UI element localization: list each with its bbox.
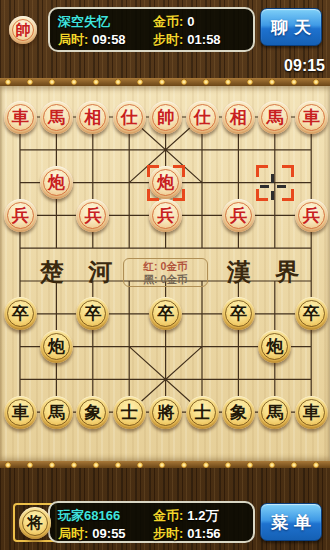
piece-glyph: 士 (121, 404, 138, 421)
piece-glyph: 炮 (48, 338, 65, 355)
cell-3-4[interactable]: 兵 (148, 199, 184, 232)
crosshair-arm (271, 191, 274, 200)
piece-glyph: 仕 (121, 109, 138, 126)
opponent-info-panel: 深空失忆 金币:0 局时:09:58 步时:01:58 (48, 7, 255, 52)
cell-7-1[interactable]: 炮 (38, 330, 74, 363)
piece-black[interactable]: 卒 (76, 297, 109, 330)
cell-9-3[interactable]: 士 (111, 396, 147, 429)
cell-2-2[interactable] (75, 166, 111, 199)
cell-0-1[interactable]: 馬 (38, 101, 74, 134)
cell-7-8[interactable] (293, 330, 329, 363)
piece-glyph: 兵 (157, 207, 174, 224)
piece-red[interactable]: 馬 (258, 101, 291, 134)
piece-red[interactable]: 仕 (113, 101, 146, 134)
cell-4-3[interactable] (111, 232, 147, 265)
cell-3-0[interactable]: 兵 (2, 199, 38, 232)
cell-9-1[interactable]: 馬 (38, 396, 74, 429)
piece-glyph: 車 (303, 109, 320, 126)
cell-1-8[interactable] (293, 133, 329, 166)
cell-9-7[interactable]: 馬 (257, 396, 293, 429)
cell-1-6[interactable] (220, 133, 256, 166)
cell-6-7[interactable] (257, 297, 293, 330)
piece-glyph: 象 (230, 404, 247, 421)
piece-glyph: 仕 (194, 109, 211, 126)
cell-5-1[interactable] (38, 265, 74, 298)
piece-red[interactable]: 兵 (222, 199, 255, 232)
opponent-seat-icon: 帥 (9, 16, 37, 44)
cell-0-5[interactable]: 仕 (184, 101, 220, 134)
piece-red[interactable]: 兵 (76, 199, 109, 232)
cell-5-0[interactable] (2, 265, 38, 298)
cell-8-5[interactable] (184, 363, 220, 396)
cell-8-1[interactable] (38, 363, 74, 396)
piece-glyph: 炮 (157, 174, 174, 191)
player-info-panel: 玩家68166 金币:1.2万 局时:09:55 步时:01:56 (48, 501, 255, 543)
piece-glyph: 馬 (266, 404, 283, 421)
board-grid: 車馬相仕帥仕相馬車炮炮兵兵兵兵兵卒卒卒卒卒炮炮車馬象士將士象馬車 (2, 101, 330, 429)
cell-0-2[interactable]: 相 (75, 101, 111, 134)
piece-black[interactable]: 炮 (258, 330, 291, 363)
cell-1-2[interactable] (75, 133, 111, 166)
piece-glyph: 帥 (157, 109, 174, 126)
piece-glyph: 卒 (12, 305, 29, 322)
cell-1-1[interactable] (38, 133, 74, 166)
cell-1-5[interactable] (184, 133, 220, 166)
piece-glyph: 馬 (48, 109, 65, 126)
piece-glyph: 士 (194, 404, 211, 421)
cell-7-3[interactable] (111, 330, 147, 363)
piece-red[interactable]: 相 (222, 101, 255, 134)
game-screen: 帥 深空失忆 金币:0 局时:09:58 步时:01:58 聊天 09:15 楚… (0, 0, 330, 550)
piece-glyph: 象 (84, 404, 101, 421)
piece-black[interactable]: 馬 (258, 396, 291, 429)
cell-3-6[interactable]: 兵 (220, 199, 256, 232)
piece-black[interactable]: 士 (113, 396, 146, 429)
cell-6-4[interactable]: 卒 (148, 297, 184, 330)
cell-2-0[interactable] (2, 166, 38, 199)
cell-2-6[interactable] (220, 166, 256, 199)
piece-glyph: 相 (84, 109, 101, 126)
piece-black[interactable]: 卒 (149, 297, 182, 330)
piece-red[interactable]: 兵 (4, 199, 37, 232)
cell-8-3[interactable] (111, 363, 147, 396)
cell-5-3[interactable] (111, 265, 147, 298)
board-frame-studs-top (0, 78, 330, 86)
piece-glyph: 兵 (84, 207, 101, 224)
piece-glyph: 車 (303, 404, 320, 421)
cell-3-8[interactable]: 兵 (293, 199, 329, 232)
piece-red[interactable]: 帥 (149, 101, 182, 134)
cell-8-4[interactable] (148, 363, 184, 396)
cell-7-7[interactable]: 炮 (257, 330, 293, 363)
opponent-name: 深空失忆 (58, 13, 153, 31)
opponent-game-time: 局时:09:58 (58, 31, 153, 49)
piece-red[interactable]: 相 (76, 101, 109, 134)
piece-glyph: 相 (230, 109, 247, 126)
opponent-coins: 金币:0 (153, 13, 245, 31)
cell-7-0[interactable] (2, 330, 38, 363)
cell-6-1[interactable] (38, 297, 74, 330)
cell-3-7[interactable] (257, 199, 293, 232)
cell-5-8[interactable] (293, 265, 329, 298)
piece-glyph: 卒 (303, 305, 320, 322)
piece-glyph: 兵 (230, 207, 247, 224)
piece-glyph: 卒 (230, 305, 247, 322)
cell-4-7[interactable] (257, 232, 293, 265)
board-frame-studs-bottom (0, 461, 330, 468)
piece-red[interactable]: 炮 (149, 166, 182, 199)
cell-8-7[interactable] (257, 363, 293, 396)
cell-3-3[interactable] (111, 199, 147, 232)
cell-8-6[interactable] (220, 363, 256, 396)
cell-3-1[interactable] (38, 199, 74, 232)
piece-red[interactable]: 兵 (295, 199, 328, 232)
opponent-move-time: 步时:01:58 (153, 31, 245, 49)
piece-red[interactable]: 兵 (149, 199, 182, 232)
cell-9-0[interactable]: 車 (2, 396, 38, 429)
piece-glyph: 馬 (48, 404, 65, 421)
cell-6-5[interactable] (184, 297, 220, 330)
crosshair-arm (271, 174, 274, 183)
cell-4-2[interactable] (75, 232, 111, 265)
cell-5-5[interactable] (184, 265, 220, 298)
piece-glyph: 卒 (84, 305, 101, 322)
piece-black[interactable]: 士 (186, 396, 219, 429)
player-game-time: 局时:09:55 (58, 525, 153, 543)
cell-5-4[interactable] (148, 265, 184, 298)
cell-3-2[interactable]: 兵 (75, 199, 111, 232)
piece-glyph: 車 (12, 109, 29, 126)
piece-red[interactable]: 炮 (40, 166, 73, 199)
player-coins: 金币:1.2万 (153, 507, 245, 525)
piece-black[interactable]: 卒 (295, 297, 328, 330)
opponent-piece-glyph: 帥 (16, 23, 31, 38)
cell-0-8[interactable]: 車 (293, 101, 329, 134)
cell-4-5[interactable] (184, 232, 220, 265)
cursor-crosshair-icon (260, 174, 286, 200)
piece-glyph: 炮 (266, 338, 283, 355)
cell-6-3[interactable] (111, 297, 147, 330)
cell-4-4[interactable] (148, 232, 184, 265)
piece-glyph: 馬 (266, 109, 283, 126)
cell-9-5[interactable]: 士 (184, 396, 220, 429)
cell-0-3[interactable]: 仕 (111, 101, 147, 134)
piece-glyph: 將 (157, 404, 174, 421)
chat-button[interactable]: 聊天 (260, 8, 322, 46)
cell-1-4[interactable] (148, 133, 184, 166)
piece-black[interactable]: 象 (76, 396, 109, 429)
cell-7-6[interactable] (220, 330, 256, 363)
cell-2-4[interactable]: 炮 (148, 166, 184, 199)
cell-4-0[interactable] (2, 232, 38, 265)
opponent-piece-icon: 帥 (9, 16, 37, 44)
cell-6-0[interactable]: 卒 (2, 297, 38, 330)
piece-glyph: 兵 (303, 207, 320, 224)
cell-4-6[interactable] (220, 232, 256, 265)
cell-2-1[interactable]: 炮 (38, 166, 74, 199)
piece-black[interactable]: 象 (222, 396, 255, 429)
menu-button[interactable]: 菜单 (260, 503, 322, 541)
player-move-time: 步时:01:56 (153, 525, 245, 543)
cell-9-4[interactable]: 將 (148, 396, 184, 429)
cell-4-1[interactable] (38, 232, 74, 265)
piece-red[interactable]: 馬 (40, 101, 73, 134)
cell-1-3[interactable] (111, 133, 147, 166)
player-name: 玩家68166 (58, 507, 153, 525)
cell-8-0[interactable] (2, 363, 38, 396)
piece-glyph: 卒 (157, 305, 174, 322)
cell-9-2[interactable]: 象 (75, 396, 111, 429)
cell-7-2[interactable] (75, 330, 111, 363)
cell-5-2[interactable] (75, 265, 111, 298)
cell-0-0[interactable]: 車 (2, 101, 38, 134)
piece-black[interactable]: 卒 (4, 297, 37, 330)
cell-0-4[interactable]: 帥 (148, 101, 184, 134)
crosshair-arm (277, 185, 286, 188)
crosshair-arm (260, 185, 269, 188)
cell-9-6[interactable]: 象 (220, 396, 256, 429)
piece-black[interactable]: 馬 (40, 396, 73, 429)
piece-red[interactable]: 車 (295, 101, 328, 134)
cell-1-7[interactable] (257, 133, 293, 166)
cell-7-5[interactable] (184, 330, 220, 363)
cell-8-2[interactable] (75, 363, 111, 396)
cell-8-8[interactable] (293, 363, 329, 396)
cell-5-6[interactable] (220, 265, 256, 298)
piece-black[interactable]: 車 (4, 396, 37, 429)
piece-black[interactable]: 卒 (222, 297, 255, 330)
cell-5-7[interactable] (257, 265, 293, 298)
piece-glyph: 車 (12, 404, 29, 421)
session-clock: 09:15 (284, 57, 325, 75)
cell-2-5[interactable] (184, 166, 220, 199)
player-piece-icon: 将 (19, 507, 51, 539)
cell-6-2[interactable]: 卒 (75, 297, 111, 330)
cell-0-7[interactable]: 馬 (257, 101, 293, 134)
piece-red[interactable]: 仕 (186, 101, 219, 134)
piece-glyph: 兵 (12, 207, 29, 224)
cell-2-7[interactable] (257, 166, 293, 199)
cell-3-5[interactable] (184, 199, 220, 232)
cell-2-3[interactable] (111, 166, 147, 199)
cell-6-8[interactable]: 卒 (293, 297, 329, 330)
piece-black[interactable]: 將 (149, 396, 182, 429)
piece-red[interactable]: 車 (4, 101, 37, 134)
cell-4-8[interactable] (293, 232, 329, 265)
player-piece-glyph: 将 (27, 515, 43, 531)
cell-2-8[interactable] (293, 166, 329, 199)
cell-9-8[interactable]: 車 (293, 396, 329, 429)
cell-6-6[interactable]: 卒 (220, 297, 256, 330)
piece-glyph: 炮 (48, 174, 65, 191)
cell-7-4[interactable] (148, 330, 184, 363)
board-area: 楚 河 漢 界 红: 0金币 黑: 0金币 車馬相仕帥仕相馬車炮炮兵兵兵兵兵卒卒… (0, 78, 330, 468)
piece-black[interactable]: 炮 (40, 330, 73, 363)
cell-1-0[interactable] (2, 133, 38, 166)
cell-0-6[interactable]: 相 (220, 101, 256, 134)
piece-black[interactable]: 車 (295, 396, 328, 429)
